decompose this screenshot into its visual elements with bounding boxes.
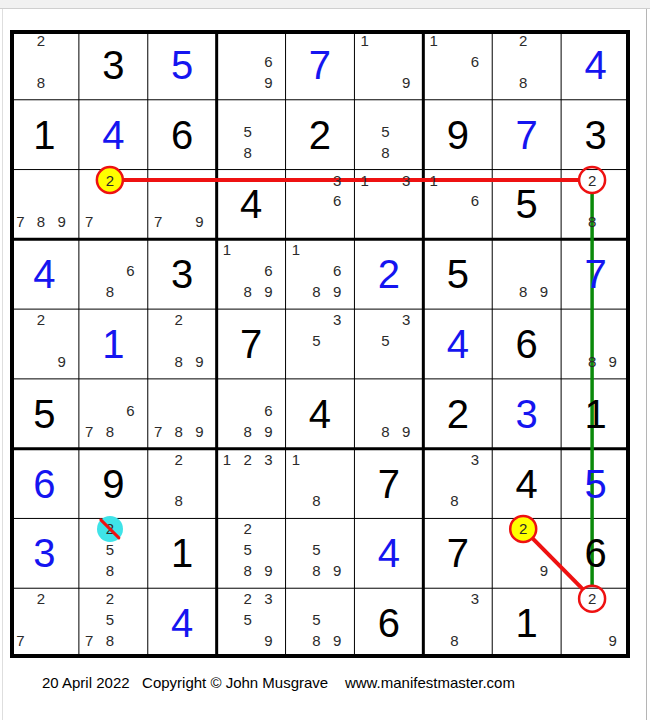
cell-r4c5[interactable]: 1689 — [286, 239, 355, 309]
candidate-slot-9 — [258, 142, 279, 163]
candidate-slot-9: 9 — [327, 560, 348, 581]
candidate-grid: 18 — [286, 449, 348, 512]
candidate-8: 8 — [588, 354, 596, 369]
candidate-slot-7 — [561, 630, 582, 651]
cell-r4c1[interactable]: 4 — [10, 239, 79, 309]
cell-r4c7[interactable]: 5 — [423, 239, 492, 309]
candidate-slot-5 — [444, 609, 465, 630]
candidate-slot-3 — [258, 379, 279, 400]
cell-r6c3[interactable]: 789 — [148, 379, 217, 449]
candidate-slot-1 — [148, 309, 169, 330]
candidate-slot-1 — [217, 30, 238, 51]
candidate-slot-9: 9 — [396, 421, 417, 442]
candidate-slot-4 — [423, 190, 444, 211]
candidate-slot-3 — [120, 239, 141, 260]
candidate-slot-7 — [286, 491, 307, 512]
candidate-slot-5: 5 — [375, 330, 396, 351]
candidate-slot-4 — [354, 400, 375, 421]
candidate-slot-2 — [237, 30, 258, 51]
cell-r5c7[interactable]: 4 — [423, 309, 492, 379]
candidate-slot-5 — [513, 51, 534, 72]
candidate-slot-8: 8 — [513, 281, 534, 302]
candidate-slot-3 — [51, 170, 72, 191]
cell-r3c4[interactable]: 4 — [217, 170, 286, 240]
candidate-5: 5 — [106, 542, 114, 557]
cell-r8c5[interactable]: 589 — [286, 518, 355, 588]
candidate-slot-8: 8 — [444, 630, 465, 651]
candidate-slot-9: 9 — [396, 72, 417, 93]
candidate-slot-4 — [79, 539, 100, 560]
candidate-grid: 123 — [217, 449, 279, 512]
candidate-grid: 27 — [10, 588, 72, 651]
candidate-slot-9: 9 — [534, 281, 555, 302]
candidate-5: 5 — [312, 333, 320, 348]
candidate-slot-3 — [51, 588, 72, 609]
candidate-8: 8 — [106, 563, 114, 578]
cell-r8c3[interactable]: 1 — [148, 518, 217, 588]
sudoku-board: 2835697191628414658258973789277943613165… — [10, 30, 630, 658]
given-digit: 6 — [584, 533, 606, 573]
candidate-grid: 16 — [423, 30, 485, 93]
given-digit: 1 — [584, 394, 606, 434]
cell-r6c2[interactable]: 678 — [79, 379, 148, 449]
candidate-grid: 89 — [354, 379, 416, 442]
candidate-slot-2: 2 — [31, 309, 52, 330]
cell-r1c1[interactable]: 28 — [10, 30, 79, 100]
candidate-slot-9 — [465, 630, 486, 651]
candidate-slot-3 — [327, 588, 348, 609]
solved-digit: 4 — [102, 115, 124, 155]
candidate-slot-8: 8 — [100, 630, 121, 651]
candidate-slot-3 — [258, 100, 279, 121]
candidate-slot-3 — [258, 518, 279, 539]
candidate-slot-1 — [423, 449, 444, 470]
cell-r2c9[interactable]: 3 — [561, 100, 630, 170]
candidate-slot-5 — [444, 470, 465, 491]
candidate-slot-6 — [327, 470, 348, 491]
candidate-slot-6 — [602, 330, 623, 351]
candidate-slot-1 — [148, 170, 169, 191]
candidate-9: 9 — [264, 563, 272, 578]
cell-r1c5[interactable]: 7 — [286, 30, 355, 100]
candidate-3: 3 — [333, 173, 341, 188]
cell-r8c2[interactable]: 258 — [79, 518, 148, 588]
candidate-slot-3 — [120, 170, 141, 191]
solved-digit: 6 — [33, 464, 55, 504]
candidate-slot-3 — [534, 239, 555, 260]
candidate-slot-5 — [31, 609, 52, 630]
cell-r8c9[interactable]: 6 — [561, 518, 630, 588]
given-digit: 4 — [240, 184, 262, 224]
candidate-slot-1: 1 — [217, 239, 238, 260]
candidate-2: 2 — [37, 591, 45, 606]
candidate-8: 8 — [106, 633, 114, 648]
candidate-3: 3 — [471, 591, 479, 606]
cell-r2c5[interactable]: 2 — [286, 100, 355, 170]
candidate-8: 8 — [312, 284, 320, 299]
cell-r1c3[interactable]: 5 — [148, 30, 217, 100]
cell-r8c4[interactable]: 2589 — [217, 518, 286, 588]
candidate-5: 5 — [243, 542, 251, 557]
candidate-grid: 79 — [148, 170, 210, 233]
cell-r6c1[interactable]: 5 — [10, 379, 79, 449]
candidate-slot-9: 9 — [189, 421, 210, 442]
candidate-slot-8 — [168, 211, 189, 232]
candidate-9: 9 — [195, 354, 203, 369]
candidate-slot-2: 2 — [513, 30, 534, 51]
candidate-2: 2 — [243, 452, 251, 467]
solved-digit: 4 — [33, 254, 55, 294]
cell-r9c7[interactable]: 38 — [423, 588, 492, 658]
candidate-slot-7 — [79, 281, 100, 302]
candidate-6: 6 — [264, 263, 272, 278]
candidate-slot-2 — [444, 449, 465, 470]
cell-r8c8[interactable]: 29 — [492, 518, 561, 588]
candidate-6: 6 — [264, 54, 272, 69]
cell-r1c8[interactable]: 28 — [492, 30, 561, 100]
candidate-slot-3: 3 — [258, 449, 279, 470]
candidate-slot-7 — [492, 281, 513, 302]
cell-r5c6[interactable]: 35 — [354, 309, 423, 379]
cell-r9c8[interactable]: 1 — [492, 588, 561, 658]
cell-r3c3[interactable]: 79 — [148, 170, 217, 240]
cell-r3c8[interactable]: 5 — [492, 170, 561, 240]
candidate-2: 2 — [37, 33, 45, 48]
candidate-slot-3 — [396, 379, 417, 400]
given-digit: 9 — [447, 115, 469, 155]
candidate-slot-2: 2 — [168, 309, 189, 330]
candidate-slot-9 — [465, 72, 486, 93]
candidate-2: 2 — [175, 452, 183, 467]
cell-r2c8[interactable]: 7 — [492, 100, 561, 170]
solved-digit: 3 — [516, 394, 538, 434]
cell-r8c7[interactable]: 7 — [423, 518, 492, 588]
candidate-grid: 35 — [354, 309, 416, 372]
candidate-slot-9 — [465, 211, 486, 232]
candidate-slot-7: 7 — [10, 630, 31, 651]
candidate-2: 2 — [519, 33, 527, 48]
candidate-7: 7 — [16, 214, 24, 229]
cell-r6c9[interactable]: 1 — [561, 379, 630, 449]
candidate-grid: 28 — [492, 30, 554, 93]
candidate-slot-4 — [561, 190, 582, 211]
candidate-slot-5 — [31, 190, 52, 211]
cell-r3c6[interactable]: 13 — [354, 170, 423, 240]
candidate-8: 8 — [519, 75, 527, 90]
candidate-slot-8 — [375, 72, 396, 93]
candidate-slot-8 — [31, 630, 52, 651]
cell-r2c7[interactable]: 9 — [423, 100, 492, 170]
candidate-slot-7 — [354, 351, 375, 372]
candidate-5: 5 — [106, 612, 114, 627]
candidate-2: 2 — [588, 173, 596, 188]
cell-r1c4[interactable]: 69 — [217, 30, 286, 100]
cell-r7c4[interactable]: 123 — [217, 449, 286, 519]
candidate-slot-4 — [217, 121, 238, 142]
candidate-slot-9 — [396, 351, 417, 372]
candidate-slot-1 — [354, 379, 375, 400]
cell-r3c5[interactable]: 36 — [286, 170, 355, 240]
candidate-grid: 58 — [217, 100, 279, 163]
candidate-slot-6: 6 — [327, 260, 348, 281]
candidate-slot-2 — [237, 100, 258, 121]
cell-r9c1[interactable]: 27 — [10, 588, 79, 658]
candidate-grid: 38 — [423, 588, 485, 651]
candidate-grid: 1689 — [217, 239, 279, 302]
cell-r4c6[interactable]: 2 — [354, 239, 423, 309]
candidate-2: 2 — [243, 521, 251, 536]
candidate-slot-7: 7 — [10, 211, 31, 232]
candidate-8: 8 — [312, 633, 320, 648]
candidate-slot-9 — [327, 491, 348, 512]
cell-r9c3[interactable]: 4 — [148, 588, 217, 658]
candidate-slot-8 — [375, 351, 396, 372]
candidate-slot-3: 3 — [258, 588, 279, 609]
cell-r5c9[interactable]: 89 — [561, 309, 630, 379]
candidate-slot-6 — [396, 330, 417, 351]
solved-digit: 1 — [102, 324, 124, 364]
candidate-slot-1 — [148, 449, 169, 470]
candidate-slot-4 — [286, 609, 307, 630]
cell-r5c2[interactable]: 1 — [79, 309, 148, 379]
given-digit: 7 — [378, 464, 400, 504]
cell-r5c8[interactable]: 6 — [492, 309, 561, 379]
candidate-6: 6 — [264, 403, 272, 418]
candidate-6: 6 — [126, 263, 134, 278]
candidate-slot-5: 5 — [237, 539, 258, 560]
candidate-slot-7 — [423, 630, 444, 651]
candidate-slot-2: 2 — [237, 518, 258, 539]
candidate-slot-4 — [217, 609, 238, 630]
candidate-slot-8: 8 — [306, 630, 327, 651]
candidate-9: 9 — [264, 75, 272, 90]
cell-r6c8[interactable]: 3 — [492, 379, 561, 449]
cell-r4c8[interactable]: 89 — [492, 239, 561, 309]
cell-r1c6[interactable]: 19 — [354, 30, 423, 100]
given-digit: 7 — [240, 324, 262, 364]
candidate-slot-3 — [534, 30, 555, 51]
candidate-slot-1 — [492, 239, 513, 260]
solved-digit: 4 — [447, 324, 469, 364]
candidate-slot-4 — [148, 400, 169, 421]
cell-r6c4[interactable]: 689 — [217, 379, 286, 449]
cell-r5c1[interactable]: 29 — [10, 309, 79, 379]
cell-r9c2[interactable]: 2578 — [79, 588, 148, 658]
candidate-slot-2 — [375, 379, 396, 400]
candidate-slot-4 — [423, 609, 444, 630]
given-digit: 1 — [171, 533, 193, 573]
candidate-slot-6 — [534, 51, 555, 72]
cell-r3c9[interactable]: 28 — [561, 170, 630, 240]
candidate-8: 8 — [450, 493, 458, 508]
candidate-slot-6: 6 — [465, 190, 486, 211]
candidate-slot-4 — [10, 609, 31, 630]
candidate-slot-2: 2 — [513, 518, 534, 539]
candidate-slot-8: 8 — [582, 211, 603, 232]
candidate-2: 2 — [519, 521, 527, 536]
candidate-7: 7 — [154, 214, 162, 229]
candidate-slot-7 — [217, 421, 238, 442]
cell-r2c1[interactable]: 1 — [10, 100, 79, 170]
cell-r7c6[interactable]: 7 — [354, 449, 423, 519]
candidate-grid: 289 — [148, 309, 210, 372]
cell-r5c4[interactable]: 7 — [217, 309, 286, 379]
candidate-slot-1 — [561, 588, 582, 609]
cell-r6c7[interactable]: 2 — [423, 379, 492, 449]
candidate-2: 2 — [243, 591, 251, 606]
candidate-slot-5 — [31, 51, 52, 72]
candidate-slot-6 — [396, 121, 417, 142]
solved-digit: 4 — [584, 45, 606, 85]
candidate-grid: 89 — [492, 239, 554, 302]
given-digit: 6 — [378, 603, 400, 643]
candidate-slot-4 — [217, 400, 238, 421]
candidate-slot-7 — [286, 630, 307, 651]
candidate-8: 8 — [588, 214, 596, 229]
given-digit: 6 — [171, 115, 193, 155]
candidate-slot-6 — [327, 330, 348, 351]
candidate-slot-8: 8 — [100, 421, 121, 442]
cell-r2c2[interactable]: 4 — [79, 100, 148, 170]
cell-r2c4[interactable]: 58 — [217, 100, 286, 170]
candidate-slot-8: 8 — [237, 421, 258, 442]
candidate-slot-8: 8 — [100, 281, 121, 302]
candidate-slot-9: 9 — [258, 560, 279, 581]
cell-r7c9[interactable]: 5 — [561, 449, 630, 519]
candidate-2: 2 — [588, 591, 596, 606]
cell-r3c1[interactable]: 789 — [10, 170, 79, 240]
candidate-grid: 89 — [561, 309, 623, 372]
candidate-slot-8 — [100, 211, 121, 232]
candidate-6: 6 — [471, 193, 479, 208]
candidate-slot-4 — [561, 330, 582, 351]
cell-r7c8[interactable]: 4 — [492, 449, 561, 519]
candidate-slot-8: 8 — [375, 142, 396, 163]
candidate-slot-6 — [465, 609, 486, 630]
cell-r9c5[interactable]: 589 — [286, 588, 355, 658]
cell-r7c1[interactable]: 6 — [10, 449, 79, 519]
cell-r9c9[interactable]: 29 — [561, 588, 630, 658]
candidate-slot-7 — [217, 560, 238, 581]
cell-r7c7[interactable]: 38 — [423, 449, 492, 519]
cell-r5c3[interactable]: 289 — [148, 309, 217, 379]
candidate-slot-2 — [306, 170, 327, 191]
candidate-2: 2 — [106, 173, 114, 188]
cell-r2c6[interactable]: 58 — [354, 100, 423, 170]
cell-r7c3[interactable]: 28 — [148, 449, 217, 519]
cell-r8c1[interactable]: 3 — [10, 518, 79, 588]
candidate-grid: 2359 — [217, 588, 279, 651]
given-digit: 2 — [447, 394, 469, 434]
candidate-1: 1 — [223, 452, 231, 467]
cell-r8c6[interactable]: 4 — [354, 518, 423, 588]
window-right-border — [646, 9, 647, 720]
candidate-slot-6 — [120, 190, 141, 211]
candidate-slot-2 — [237, 379, 258, 400]
candidate-slot-1: 1 — [423, 30, 444, 51]
candidate-slot-4 — [79, 190, 100, 211]
candidate-9: 9 — [402, 75, 410, 90]
candidate-8: 8 — [312, 563, 320, 578]
candidate-slot-3: 3 — [465, 449, 486, 470]
candidate-grid: 69 — [217, 30, 279, 93]
candidate-3: 3 — [333, 312, 341, 327]
cell-r4c4[interactable]: 1689 — [217, 239, 286, 309]
candidate-slot-3 — [327, 449, 348, 470]
candidate-slot-2: 2 — [100, 588, 121, 609]
candidate-grid: 1689 — [286, 239, 348, 302]
candidate-grid: 589 — [286, 518, 348, 581]
cell-r6c5[interactable]: 4 — [286, 379, 355, 449]
candidate-1: 1 — [292, 242, 300, 257]
candidate-slot-8: 8 — [306, 491, 327, 512]
candidate-slot-3 — [327, 518, 348, 539]
cell-r7c5[interactable]: 18 — [286, 449, 355, 519]
candidate-slot-8: 8 — [237, 142, 258, 163]
candidate-slot-1 — [148, 379, 169, 400]
candidate-slot-3 — [465, 30, 486, 51]
candidate-slot-2: 2 — [31, 588, 52, 609]
candidate-grid: 789 — [10, 170, 72, 233]
cell-r3c2[interactable]: 27 — [79, 170, 148, 240]
candidate-slot-6 — [327, 539, 348, 560]
candidate-slot-6: 6 — [465, 51, 486, 72]
candidate-slot-8: 8 — [31, 211, 52, 232]
candidate-slot-1 — [354, 309, 375, 330]
cell-r9c4[interactable]: 2359 — [217, 588, 286, 658]
cell-r1c2[interactable]: 3 — [79, 30, 148, 100]
candidate-slot-2: 2 — [237, 588, 258, 609]
solved-digit: 7 — [309, 45, 331, 85]
cell-r3c7[interactable]: 16 — [423, 170, 492, 240]
candidate-slot-4 — [217, 51, 238, 72]
candidate-8: 8 — [175, 493, 183, 508]
cell-r9c6[interactable]: 6 — [354, 588, 423, 658]
cell-r7c2[interactable]: 9 — [79, 449, 148, 519]
cell-r4c2[interactable]: 68 — [79, 239, 148, 309]
cell-r5c5[interactable]: 35 — [286, 309, 355, 379]
candidate-slot-4 — [492, 260, 513, 281]
candidate-slot-6 — [189, 190, 210, 211]
candidate-slot-1 — [561, 170, 582, 191]
candidate-slot-5 — [375, 190, 396, 211]
candidate-slot-5 — [306, 260, 327, 281]
candidate-9: 9 — [195, 214, 203, 229]
candidate-slot-8 — [237, 630, 258, 651]
candidate-slot-8 — [375, 211, 396, 232]
cell-r4c3[interactable]: 3 — [148, 239, 217, 309]
cell-r4c9[interactable]: 7 — [561, 239, 630, 309]
candidate-slot-7 — [561, 211, 582, 232]
candidate-slot-1 — [286, 309, 307, 330]
candidate-slot-7 — [286, 560, 307, 581]
cell-r2c3[interactable]: 6 — [148, 100, 217, 170]
cell-r1c9[interactable]: 4 — [561, 30, 630, 100]
candidate-9: 9 — [540, 563, 548, 578]
cell-r6c6[interactable]: 89 — [354, 379, 423, 449]
candidate-slot-1 — [286, 170, 307, 191]
candidate-slot-4 — [286, 470, 307, 491]
candidate-1: 1 — [223, 242, 231, 257]
candidate-slot-3 — [258, 239, 279, 260]
cell-r1c7[interactable]: 16 — [423, 30, 492, 100]
given-digit: 9 — [102, 464, 124, 504]
candidate-1: 1 — [292, 452, 300, 467]
candidate-slot-2: 2 — [582, 588, 603, 609]
candidate-grid: 589 — [286, 588, 348, 651]
candidate-3: 3 — [471, 452, 479, 467]
candidate-slot-1: 1 — [286, 449, 307, 470]
